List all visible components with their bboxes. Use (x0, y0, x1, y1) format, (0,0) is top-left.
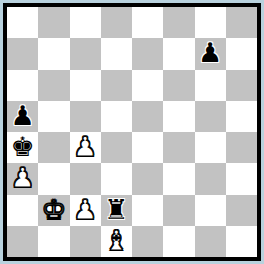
square-a4[interactable]: ♚ (7, 132, 38, 163)
square-c5[interactable] (70, 101, 101, 132)
square-e3[interactable] (132, 163, 163, 194)
square-e1[interactable] (132, 226, 163, 257)
square-g5[interactable] (195, 101, 226, 132)
square-d7[interactable] (101, 38, 132, 69)
square-g4[interactable] (195, 132, 226, 163)
square-e8[interactable] (132, 7, 163, 38)
square-h1[interactable] (226, 226, 257, 257)
square-c8[interactable] (70, 7, 101, 38)
square-e6[interactable] (132, 70, 163, 101)
square-b5[interactable] (38, 101, 69, 132)
square-f2[interactable] (163, 195, 194, 226)
square-h3[interactable] (226, 163, 257, 194)
square-g6[interactable] (195, 70, 226, 101)
square-e2[interactable] (132, 195, 163, 226)
black-pawn-a5[interactable]: ♟ (11, 102, 35, 129)
black-king-a4[interactable]: ♚ (11, 133, 35, 160)
square-d4[interactable] (101, 132, 132, 163)
square-h8[interactable] (226, 7, 257, 38)
black-pawn-g7[interactable]: ♟ (198, 39, 222, 66)
chess-board: ♟♟♚♟♟♚♟♜♝ (7, 7, 257, 257)
square-f1[interactable] (163, 226, 194, 257)
square-a7[interactable] (7, 38, 38, 69)
square-c7[interactable] (70, 38, 101, 69)
square-c2[interactable]: ♟ (70, 195, 101, 226)
square-c1[interactable] (70, 226, 101, 257)
white-bishop-d1[interactable]: ♝ (104, 227, 128, 254)
square-d6[interactable] (101, 70, 132, 101)
black-rook-d2[interactable]: ♜ (104, 196, 128, 223)
square-c4[interactable]: ♟ (70, 132, 101, 163)
square-f3[interactable] (163, 163, 194, 194)
white-pawn-a3[interactable]: ♟ (11, 164, 35, 191)
square-d3[interactable] (101, 163, 132, 194)
square-g8[interactable] (195, 7, 226, 38)
square-h2[interactable] (226, 195, 257, 226)
square-d2[interactable]: ♜ (101, 195, 132, 226)
board-border: ♟♟♚♟♟♚♟♜♝ (3, 3, 261, 261)
square-b2[interactable]: ♚ (38, 195, 69, 226)
square-e4[interactable] (132, 132, 163, 163)
square-f5[interactable] (163, 101, 194, 132)
square-b8[interactable] (38, 7, 69, 38)
square-g3[interactable] (195, 163, 226, 194)
square-h7[interactable] (226, 38, 257, 69)
square-c3[interactable] (70, 163, 101, 194)
square-g7[interactable]: ♟ (195, 38, 226, 69)
square-e5[interactable] (132, 101, 163, 132)
square-e7[interactable] (132, 38, 163, 69)
square-b3[interactable] (38, 163, 69, 194)
square-a3[interactable]: ♟ (7, 163, 38, 194)
square-h5[interactable] (226, 101, 257, 132)
page-frame: ♟♟♚♟♟♚♟♜♝ (0, 0, 264, 264)
square-b7[interactable] (38, 38, 69, 69)
square-f4[interactable] (163, 132, 194, 163)
square-h4[interactable] (226, 132, 257, 163)
square-b4[interactable] (38, 132, 69, 163)
square-f6[interactable] (163, 70, 194, 101)
square-b1[interactable] (38, 226, 69, 257)
square-d5[interactable] (101, 101, 132, 132)
white-pawn-c2[interactable]: ♟ (73, 196, 97, 223)
square-b6[interactable] (38, 70, 69, 101)
square-d1[interactable]: ♝ (101, 226, 132, 257)
square-g2[interactable] (195, 195, 226, 226)
square-a1[interactable] (7, 226, 38, 257)
square-d8[interactable] (101, 7, 132, 38)
white-pawn-c4[interactable]: ♟ (73, 133, 97, 160)
square-a5[interactable]: ♟ (7, 101, 38, 132)
square-a2[interactable] (7, 195, 38, 226)
square-c6[interactable] (70, 70, 101, 101)
square-g1[interactable] (195, 226, 226, 257)
square-f8[interactable] (163, 7, 194, 38)
white-king-b2[interactable]: ♚ (42, 196, 66, 223)
square-a8[interactable] (7, 7, 38, 38)
square-f7[interactable] (163, 38, 194, 69)
square-a6[interactable] (7, 70, 38, 101)
square-h6[interactable] (226, 70, 257, 101)
